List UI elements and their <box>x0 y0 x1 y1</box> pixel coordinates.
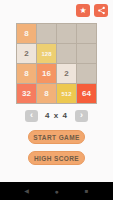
tile-512: 512 <box>57 84 76 103</box>
empty-cell <box>57 24 76 43</box>
size-next-button[interactable]: › <box>75 110 88 122</box>
android-nav-bar: ◀ ● ■ <box>0 182 113 200</box>
share-icon <box>97 6 106 15</box>
start-game-button[interactable]: START GAME <box>28 130 85 144</box>
board-size-label: 4 x 4 <box>45 111 68 120</box>
tile-8: 8 <box>37 84 56 103</box>
top-bar: ★ <box>76 4 108 17</box>
empty-cell <box>77 64 96 83</box>
chevron-left-icon: ‹ <box>30 110 33 120</box>
home-icon[interactable]: ● <box>53 188 60 195</box>
tile-8: 8 <box>17 24 36 43</box>
tile-2: 2 <box>17 44 36 63</box>
high-score-button[interactable]: HIGH SCORE <box>28 151 85 165</box>
game-board-preview: 82128816232851264 <box>16 23 97 104</box>
tile-64: 64 <box>77 84 96 103</box>
tile-16: 16 <box>37 64 56 83</box>
size-prev-button[interactable]: ‹ <box>25 110 38 122</box>
tile-32: 32 <box>17 84 36 103</box>
chevron-right-icon: › <box>80 110 83 120</box>
favorite-button[interactable]: ★ <box>76 4 90 17</box>
tile-128: 128 <box>37 44 56 63</box>
star-icon: ★ <box>79 7 86 15</box>
app-screen: ★ 82128816232851264 ‹ 4 x 4 › START GAME… <box>0 0 113 200</box>
empty-cell <box>37 24 56 43</box>
tile-8: 8 <box>17 64 36 83</box>
back-icon[interactable]: ◀ <box>23 188 30 194</box>
empty-cell <box>57 44 76 63</box>
empty-cell <box>77 44 96 63</box>
tile-2: 2 <box>57 64 76 83</box>
board-size-selector: ‹ 4 x 4 › <box>0 109 113 122</box>
recents-icon[interactable]: ■ <box>83 188 90 194</box>
empty-cell <box>77 24 96 43</box>
share-button[interactable] <box>94 4 108 17</box>
